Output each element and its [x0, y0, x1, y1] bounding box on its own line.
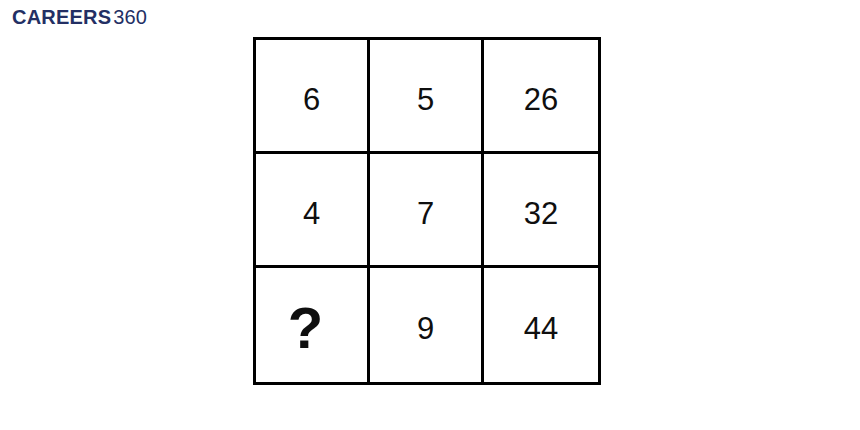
grid-cell-r1c2: 5	[370, 40, 484, 154]
grid-cell-r1c3: 26	[484, 40, 598, 154]
cell-value: 44	[524, 311, 558, 347]
cell-value: 5	[417, 82, 434, 118]
grid-cell-r2c3: 32	[484, 154, 598, 268]
careers360-logo: CAREERS360	[12, 7, 147, 27]
grid-cell-r3c3: 44	[484, 268, 598, 382]
cell-value: 6	[303, 82, 320, 118]
cell-value: 4	[303, 196, 320, 232]
grid-cell-r1c1: 6	[256, 40, 370, 154]
cell-value: 9	[417, 311, 434, 347]
cell-value: 32	[524, 196, 558, 232]
cell-value: 26	[524, 82, 558, 118]
grid-cell-r2c1: 4	[256, 154, 370, 268]
cell-value: 7	[417, 196, 434, 232]
grid-cell-r2c2: 7	[370, 154, 484, 268]
grid-cell-r3c2: 9	[370, 268, 484, 382]
logo-text-careers: CAREERS	[12, 6, 111, 28]
puzzle-grid: 6 5 26 4 7 32 ? 9 44	[253, 37, 601, 385]
logo-text-360: 360	[113, 6, 147, 28]
grid-cell-missing: ?	[256, 268, 370, 382]
page: CAREERS360 6 5 26 4 7 32 ? 9 44	[0, 0, 860, 430]
missing-value-question-mark: ?	[288, 294, 323, 361]
